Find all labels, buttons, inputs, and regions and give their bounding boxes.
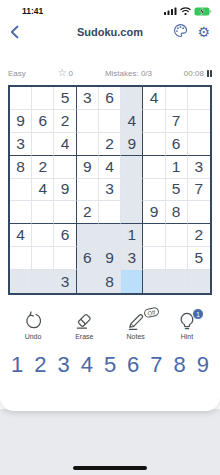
numpad-3[interactable]: 3 <box>57 354 69 376</box>
cell-r4c1[interactable]: 8 <box>10 156 32 179</box>
cell-r4c8[interactable]: 1 <box>166 156 188 179</box>
cell-r5c5[interactable]: 3 <box>99 179 121 202</box>
stars-counter: ☆ 0 <box>58 68 73 78</box>
cell-r6c1[interactable] <box>10 201 32 224</box>
info-bar: Easy ☆ 0 Mistakes: 0/3 00:08 <box>8 66 212 80</box>
cell-r9c6[interactable] <box>121 270 143 293</box>
cell-r4c4[interactable]: 9 <box>77 156 99 179</box>
cell-r1c5[interactable]: 6 <box>99 87 121 110</box>
pencil-icon <box>126 311 146 331</box>
numpad-8[interactable]: 8 <box>174 354 186 376</box>
cell-r2c7[interactable] <box>143 110 165 133</box>
pause-icon <box>210 70 212 77</box>
cell-r6c8[interactable]: 8 <box>166 201 188 224</box>
cell-r2c2[interactable]: 6 <box>32 110 54 133</box>
cell-r1c7[interactable]: 4 <box>143 87 165 110</box>
cell-r6c7[interactable]: 9 <box>143 201 165 224</box>
cell-r4c2[interactable]: 2 <box>32 156 54 179</box>
clock-time: 11:41 <box>22 6 43 16</box>
stars-count: 0 <box>69 69 73 78</box>
cell-r1c3[interactable]: 5 <box>54 87 76 110</box>
cell-r8c9[interactable]: 5 <box>188 247 210 270</box>
cell-r5c9[interactable]: 7 <box>188 179 210 202</box>
cell-r2c3[interactable]: 2 <box>54 110 76 133</box>
cell-r9c8[interactable] <box>166 270 188 293</box>
cell-r7c7[interactable] <box>143 224 165 247</box>
pause-icon <box>207 70 209 77</box>
cell-r9c5[interactable]: 8 <box>99 270 121 293</box>
cell-r8c4[interactable]: 6 <box>77 247 99 270</box>
hint-button[interactable]: 1 Hint <box>168 311 206 340</box>
cell-r4c5[interactable]: 4 <box>99 156 121 179</box>
cell-r4c9[interactable]: 3 <box>188 156 210 179</box>
cell-r8c5[interactable]: 9 <box>99 247 121 270</box>
cell-r1c2[interactable] <box>32 87 54 110</box>
cell-r4c6[interactable] <box>121 156 143 179</box>
numpad-1[interactable]: 1 <box>11 354 23 376</box>
numpad-9[interactable]: 9 <box>197 354 209 376</box>
cell-r2c8[interactable]: 7 <box>166 110 188 133</box>
cell-r3c5[interactable]: 2 <box>99 133 121 156</box>
cell-r6c4[interactable]: 2 <box>77 201 99 224</box>
cell-r8c2[interactable] <box>32 247 54 270</box>
numpad-2[interactable]: 2 <box>34 354 46 376</box>
gear-icon: ⚙ <box>197 24 210 40</box>
wifi-icon <box>180 7 191 15</box>
cell-r1c1[interactable] <box>10 87 32 110</box>
notes-label: Notes <box>127 333 145 340</box>
cell-r4c3[interactable] <box>54 156 76 179</box>
cell-r9c1[interactable] <box>10 270 32 293</box>
cell-r9c9[interactable] <box>188 270 210 293</box>
star-icon: ☆ <box>58 68 67 78</box>
cell-r7c1[interactable]: 4 <box>10 224 32 247</box>
cell-r7c5[interactable] <box>99 224 121 247</box>
cell-r3c1[interactable]: 3 <box>10 133 32 156</box>
notes-button[interactable]: Off Notes <box>117 311 155 340</box>
numpad-6[interactable]: 6 <box>127 354 139 376</box>
cell-r6c6[interactable] <box>121 201 143 224</box>
cell-r5c8[interactable]: 5 <box>166 179 188 202</box>
cell-r5c7[interactable] <box>143 179 165 202</box>
cellular-signal-icon <box>164 7 177 15</box>
theme-palette-button[interactable] <box>173 23 188 42</box>
cell-r5c4[interactable] <box>77 179 99 202</box>
cell-r8c3[interactable] <box>54 247 76 270</box>
cell-r1c4[interactable]: 3 <box>77 87 99 110</box>
cell-r5c3[interactable]: 9 <box>54 179 76 202</box>
cell-r3c9[interactable] <box>188 133 210 156</box>
cell-r8c1[interactable] <box>10 247 32 270</box>
cell-r8c7[interactable] <box>143 247 165 270</box>
settings-button[interactable]: ⚙ <box>197 25 210 39</box>
cell-r9c2[interactable] <box>32 270 54 293</box>
home-indicator[interactable] <box>73 466 147 470</box>
cell-r6c3[interactable] <box>54 201 76 224</box>
bottom-panel <box>0 409 220 475</box>
cell-r2c6[interactable]: 4 <box>121 110 143 133</box>
cell-r5c2[interactable]: 4 <box>32 179 54 202</box>
toolbar: Undo Erase Off Notes 1 <box>14 311 206 340</box>
chevron-left-icon <box>10 25 19 39</box>
cell-r2c9[interactable] <box>188 110 210 133</box>
cell-r7c9[interactable]: 2 <box>188 224 210 247</box>
notes-toggle-badge: Off <box>143 307 159 319</box>
numpad-4[interactable]: 4 <box>81 354 93 376</box>
header: Sudoku.com ⚙ <box>0 20 220 44</box>
hint-label: Hint <box>181 333 193 340</box>
pause-button[interactable] <box>207 70 212 77</box>
numpad-5[interactable]: 5 <box>104 354 116 376</box>
cell-r1c9[interactable] <box>188 87 210 110</box>
cell-r7c3[interactable]: 6 <box>54 224 76 247</box>
cell-r6c9[interactable] <box>188 201 210 224</box>
cell-r3c3[interactable]: 4 <box>54 133 76 156</box>
cell-r2c5[interactable] <box>99 110 121 133</box>
cell-r9c7[interactable] <box>143 270 165 293</box>
cell-r6c5[interactable] <box>99 201 121 224</box>
mistakes-counter: Mistakes: 0/3 <box>105 69 152 78</box>
erase-label: Erase <box>75 333 93 340</box>
cell-r7c8[interactable] <box>166 224 188 247</box>
cell-r6c2[interactable] <box>32 201 54 224</box>
cell-r1c6[interactable] <box>121 87 143 110</box>
sudoku-board: 53649624734296829413493572984612693538 <box>8 85 212 295</box>
cell-r8c6[interactable]: 3 <box>121 247 143 270</box>
undo-icon <box>23 311 43 331</box>
cell-r9c3[interactable]: 3 <box>54 270 76 293</box>
status-bar: 11:41 <box>0 0 220 20</box>
app-window: 11:41 Sudok <box>0 0 220 411</box>
undo-button[interactable]: Undo <box>14 311 52 340</box>
cell-r3c4[interactable] <box>77 133 99 156</box>
cell-r3c6[interactable]: 9 <box>121 133 143 156</box>
cell-r7c2[interactable] <box>32 224 54 247</box>
cell-r3c2[interactable] <box>32 133 54 156</box>
eraser-icon <box>74 311 94 331</box>
cell-r1c8[interactable] <box>166 87 188 110</box>
cell-r9c4[interactable] <box>77 270 99 293</box>
erase-button[interactable]: Erase <box>65 311 103 340</box>
cell-r5c6[interactable] <box>121 179 143 202</box>
timer: 00:08 <box>184 69 212 78</box>
palette-icon <box>173 23 188 38</box>
hint-count-badge: 1 <box>192 308 204 320</box>
number-pad: 123456789 <box>0 354 220 376</box>
cell-r4c7[interactable] <box>143 156 165 179</box>
cell-r7c4[interactable] <box>77 224 99 247</box>
difficulty-label: Easy <box>8 69 26 78</box>
numpad-7[interactable]: 7 <box>150 354 162 376</box>
timer-value: 00:08 <box>184 69 204 78</box>
cell-r7c6[interactable]: 1 <box>121 224 143 247</box>
undo-label: Undo <box>25 333 42 340</box>
cell-r5c1[interactable] <box>10 179 32 202</box>
cell-r3c7[interactable] <box>143 133 165 156</box>
back-button[interactable] <box>10 24 24 40</box>
cell-r8c8[interactable] <box>166 247 188 270</box>
battery-charging-icon <box>194 7 212 16</box>
cell-r2c1[interactable]: 9 <box>10 110 32 133</box>
cell-r3c8[interactable]: 6 <box>166 133 188 156</box>
cell-r2c4[interactable] <box>77 110 99 133</box>
